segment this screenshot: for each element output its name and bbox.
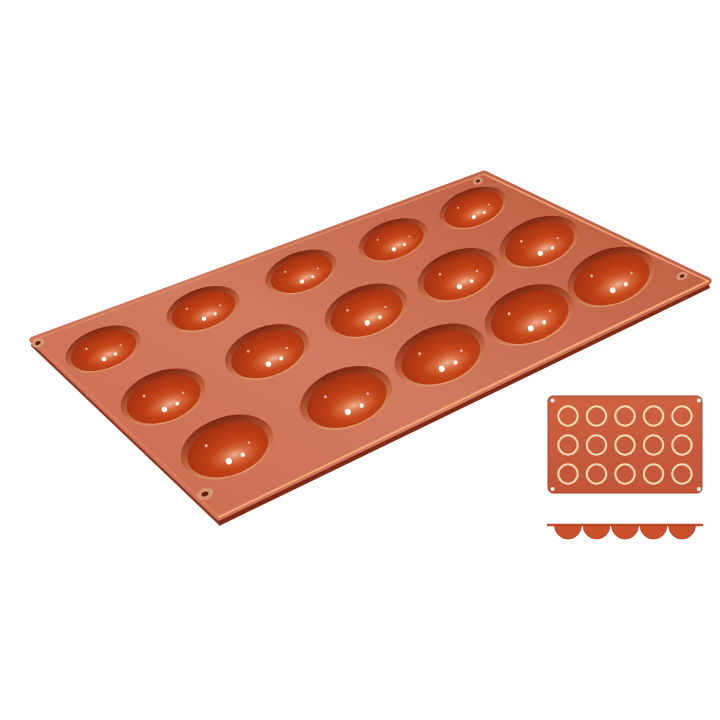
top-view-corner-hole bbox=[551, 399, 555, 403]
top-view-corner-hole bbox=[697, 399, 701, 403]
profile-bump bbox=[555, 526, 582, 539]
profile-bump bbox=[640, 526, 667, 539]
profile-bump bbox=[583, 526, 610, 539]
top-view-corner-hole bbox=[697, 487, 701, 491]
product-image bbox=[0, 0, 720, 720]
mold-side-profile bbox=[547, 525, 703, 539]
profile-bump bbox=[612, 526, 639, 539]
mold-top-view bbox=[548, 396, 702, 493]
top-view-sheet bbox=[548, 396, 702, 493]
profile-bump bbox=[669, 526, 696, 539]
product-photo bbox=[0, 0, 720, 720]
top-view-corner-hole bbox=[551, 487, 555, 491]
